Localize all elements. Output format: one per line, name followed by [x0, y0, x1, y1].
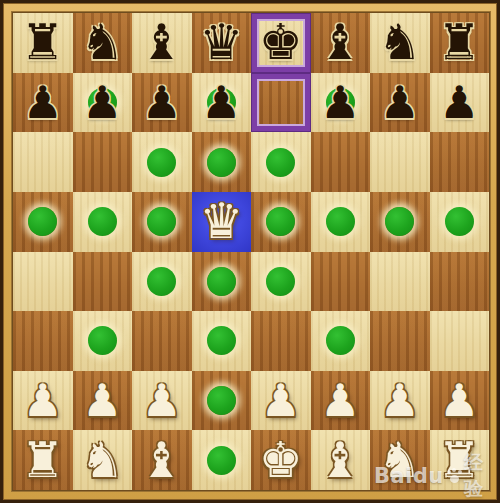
legal-move-dot-e6[interactable]	[266, 148, 295, 177]
highlight-frame-e7	[252, 74, 310, 132]
black-knight-b8[interactable]: ♞	[80, 18, 124, 67]
black-pawn-b7[interactable]: ♟	[82, 80, 122, 125]
square-a8[interactable]: ♜	[13, 13, 73, 73]
square-e4[interactable]	[251, 252, 311, 312]
square-f6[interactable]	[311, 132, 371, 192]
white-pawn-b2[interactable]: ♟	[82, 378, 122, 423]
white-rook-h1[interactable]: ♜	[437, 436, 481, 485]
white-pawn-h2[interactable]: ♟	[439, 378, 479, 423]
square-b5[interactable]	[73, 192, 133, 252]
square-e3[interactable]	[251, 311, 311, 371]
white-rook-a1[interactable]: ♜	[21, 436, 65, 485]
square-a3[interactable]	[13, 311, 73, 371]
legal-move-dot-d6[interactable]	[207, 148, 236, 177]
square-d7[interactable]: ♟	[192, 73, 252, 133]
square-e1[interactable]: ♚	[251, 430, 311, 490]
square-a5[interactable]	[13, 192, 73, 252]
square-f4[interactable]	[311, 252, 371, 312]
square-e5[interactable]	[251, 192, 311, 252]
square-c8[interactable]: ♝	[132, 13, 192, 73]
square-g7[interactable]: ♟	[370, 73, 430, 133]
square-a7[interactable]: ♟	[13, 73, 73, 133]
legal-move-dot-d4[interactable]	[207, 267, 236, 296]
square-h1[interactable]: ♜	[430, 430, 490, 490]
white-knight-b1[interactable]: ♞	[80, 436, 124, 485]
legal-move-dot-f5[interactable]	[326, 207, 355, 236]
legal-move-dot-e5[interactable]	[266, 207, 295, 236]
legal-move-dot-c4[interactable]	[147, 267, 176, 296]
black-pawn-f7[interactable]: ♟	[320, 80, 360, 125]
square-c5[interactable]	[132, 192, 192, 252]
square-b2[interactable]: ♟	[73, 371, 133, 431]
square-e7[interactable]	[251, 73, 311, 133]
square-a2[interactable]: ♟	[13, 371, 73, 431]
square-g6[interactable]	[370, 132, 430, 192]
square-c1[interactable]: ♝	[132, 430, 192, 490]
chess-app-screen: ♜♞♝♛♚♝♞♜♟♟♟♟♟♟♟♛♟♟♟♟♟♟♟♜♞♝♚♝♞♜ Baidu 经验 …	[0, 0, 500, 503]
square-e2[interactable]: ♟	[251, 371, 311, 431]
square-d3[interactable]	[192, 311, 252, 371]
square-d4[interactable]	[192, 252, 252, 312]
square-f3[interactable]	[311, 311, 371, 371]
white-pawn-f2[interactable]: ♟	[320, 378, 360, 423]
square-d1[interactable]	[192, 430, 252, 490]
legal-move-dot-f3[interactable]	[326, 326, 355, 355]
square-h5[interactable]	[430, 192, 490, 252]
square-c4[interactable]	[132, 252, 192, 312]
square-f8[interactable]: ♝	[311, 13, 371, 73]
square-f1[interactable]: ♝	[311, 430, 371, 490]
square-h7[interactable]: ♟	[430, 73, 490, 133]
square-b7[interactable]: ♟	[73, 73, 133, 133]
black-bishop-c8[interactable]: ♝	[140, 18, 184, 67]
square-h3[interactable]	[430, 311, 490, 371]
legal-move-dot-d1[interactable]	[207, 446, 236, 475]
square-b4[interactable]	[73, 252, 133, 312]
legal-move-dot-d3[interactable]	[207, 326, 236, 355]
white-pawn-c2[interactable]: ♟	[142, 378, 182, 423]
legal-move-dot-g5[interactable]	[385, 207, 414, 236]
square-c3[interactable]	[132, 311, 192, 371]
square-h4[interactable]	[430, 252, 490, 312]
legal-move-dot-b5[interactable]	[88, 207, 117, 236]
square-g2[interactable]: ♟	[370, 371, 430, 431]
square-d6[interactable]	[192, 132, 252, 192]
square-g1[interactable]: ♞	[370, 430, 430, 490]
black-pawn-c7[interactable]: ♟	[142, 80, 182, 125]
white-knight-g1[interactable]: ♞	[378, 436, 422, 485]
square-h6[interactable]	[430, 132, 490, 192]
square-f7[interactable]: ♟	[311, 73, 371, 133]
legal-move-dot-a5[interactable]	[28, 207, 57, 236]
square-g4[interactable]	[370, 252, 430, 312]
black-knight-g8[interactable]: ♞	[378, 18, 422, 67]
square-c2[interactable]: ♟	[132, 371, 192, 431]
square-b3[interactable]	[73, 311, 133, 371]
white-king-e1[interactable]: ♚	[259, 436, 303, 485]
square-h8[interactable]: ♜	[430, 13, 490, 73]
chess-board: ♜♞♝♛♚♝♞♜♟♟♟♟♟♟♟♛♟♟♟♟♟♟♟♜♞♝♚♝♞♜	[12, 12, 490, 491]
square-f2[interactable]: ♟	[311, 371, 371, 431]
square-a1[interactable]: ♜	[13, 430, 73, 490]
square-a6[interactable]	[13, 132, 73, 192]
square-e6[interactable]	[251, 132, 311, 192]
black-pawn-g7[interactable]: ♟	[380, 80, 420, 125]
square-a4[interactable]	[13, 252, 73, 312]
black-king-e8[interactable]: ♚	[259, 18, 303, 67]
legal-move-dot-d2[interactable]	[207, 386, 236, 415]
square-h2[interactable]: ♟	[430, 371, 490, 431]
square-d2[interactable]	[192, 371, 252, 431]
square-c6[interactable]	[132, 132, 192, 192]
black-bishop-f8[interactable]: ♝	[318, 18, 362, 67]
square-c7[interactable]: ♟	[132, 73, 192, 133]
black-pawn-a7[interactable]: ♟	[23, 80, 63, 125]
square-f5[interactable]	[311, 192, 371, 252]
white-bishop-f1[interactable]: ♝	[318, 436, 362, 485]
legal-move-dot-b3[interactable]	[88, 326, 117, 355]
white-pawn-a2[interactable]: ♟	[23, 378, 63, 423]
white-pawn-e2[interactable]: ♟	[261, 378, 301, 423]
square-g5[interactable]	[370, 192, 430, 252]
square-g8[interactable]: ♞	[370, 13, 430, 73]
square-d8[interactable]: ♛	[192, 13, 252, 73]
white-bishop-c1[interactable]: ♝	[140, 436, 184, 485]
black-pawn-d7[interactable]: ♟	[201, 80, 241, 125]
square-d5[interactable]: ♛	[192, 192, 252, 252]
legal-move-dot-c6[interactable]	[147, 148, 176, 177]
legal-move-dot-h5[interactable]	[445, 207, 474, 236]
legal-move-dot-c5[interactable]	[147, 207, 176, 236]
white-queen-d5[interactable]: ♛	[199, 197, 243, 246]
legal-move-dot-e4[interactable]	[266, 267, 295, 296]
square-b8[interactable]: ♞	[73, 13, 133, 73]
square-e8[interactable]: ♚	[251, 13, 311, 73]
white-pawn-g2[interactable]: ♟	[380, 378, 420, 423]
square-g3[interactable]	[370, 311, 430, 371]
square-b1[interactable]: ♞	[73, 430, 133, 490]
square-b6[interactable]	[73, 132, 133, 192]
black-rook-a8[interactable]: ♜	[21, 18, 65, 67]
black-pawn-h7[interactable]: ♟	[439, 80, 479, 125]
black-rook-h8[interactable]: ♜	[437, 18, 481, 67]
black-queen-d8[interactable]: ♛	[199, 18, 243, 67]
